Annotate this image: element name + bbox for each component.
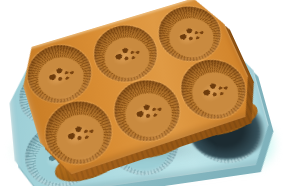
skull-emboss	[186, 67, 242, 116]
skull-emboss	[51, 109, 108, 161]
orange-mold-cavity	[38, 93, 121, 173]
skull-emboss	[33, 52, 88, 100]
product-photo-scene	[0, 0, 283, 186]
skull-emboss	[119, 87, 176, 138]
orange-mold-cavity	[150, 0, 230, 69]
